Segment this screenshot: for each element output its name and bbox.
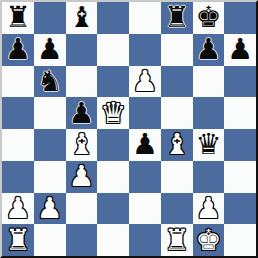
square-e2[interactable]	[129, 193, 161, 225]
piece-white-rook[interactable]: ♜	[5, 226, 31, 255]
square-b6[interactable]: ♞	[34, 66, 66, 98]
square-f5[interactable]	[161, 97, 193, 129]
square-c1[interactable]	[66, 224, 98, 256]
piece-white-bishop[interactable]: ♝	[68, 130, 94, 159]
square-b8[interactable]	[34, 2, 66, 34]
square-d4[interactable]	[97, 129, 129, 161]
piece-black-pawn[interactable]: ♟	[37, 35, 63, 64]
square-f6[interactable]	[161, 66, 193, 98]
square-d7[interactable]	[97, 34, 129, 66]
piece-black-king[interactable]: ♚	[195, 3, 221, 32]
square-f7[interactable]	[161, 34, 193, 66]
piece-black-pawn[interactable]: ♟	[5, 35, 31, 64]
piece-black-queen[interactable]: ♛	[195, 130, 221, 159]
square-f1[interactable]: ♜	[161, 224, 193, 256]
square-d1[interactable]	[97, 224, 129, 256]
square-b3[interactable]	[34, 161, 66, 193]
piece-white-king[interactable]: ♚	[195, 226, 221, 255]
piece-black-pawn[interactable]: ♟	[68, 99, 94, 128]
square-h8[interactable]	[224, 2, 256, 34]
square-c2[interactable]	[66, 193, 98, 225]
square-e1[interactable]	[129, 224, 161, 256]
piece-white-pawn[interactable]: ♟	[195, 194, 221, 223]
square-g4[interactable]: ♛	[193, 129, 225, 161]
square-a2[interactable]: ♟	[2, 193, 34, 225]
square-e8[interactable]	[129, 2, 161, 34]
square-e7[interactable]	[129, 34, 161, 66]
square-e5[interactable]	[129, 97, 161, 129]
square-g1[interactable]: ♚	[193, 224, 225, 256]
square-h2[interactable]	[224, 193, 256, 225]
piece-white-pawn[interactable]: ♟	[5, 194, 31, 223]
square-c8[interactable]: ♝	[66, 2, 98, 34]
square-d3[interactable]	[97, 161, 129, 193]
piece-white-rook[interactable]: ♜	[164, 226, 190, 255]
square-g3[interactable]	[193, 161, 225, 193]
square-a8[interactable]: ♜	[2, 2, 34, 34]
square-h6[interactable]	[224, 66, 256, 98]
piece-black-pawn[interactable]: ♟	[195, 35, 221, 64]
square-a6[interactable]	[2, 66, 34, 98]
square-d2[interactable]	[97, 193, 129, 225]
square-f2[interactable]	[161, 193, 193, 225]
square-h3[interactable]	[224, 161, 256, 193]
square-b4[interactable]	[34, 129, 66, 161]
piece-white-pawn[interactable]: ♟	[37, 194, 63, 223]
square-e4[interactable]: ♟	[129, 129, 161, 161]
square-h4[interactable]	[224, 129, 256, 161]
square-c5[interactable]: ♟	[66, 97, 98, 129]
square-g6[interactable]	[193, 66, 225, 98]
piece-white-pawn[interactable]: ♟	[68, 162, 94, 191]
square-g7[interactable]: ♟	[193, 34, 225, 66]
square-d8[interactable]	[97, 2, 129, 34]
piece-black-knight[interactable]: ♞	[37, 67, 63, 96]
square-d6[interactable]	[97, 66, 129, 98]
piece-black-bishop[interactable]: ♝	[68, 3, 94, 32]
square-a7[interactable]: ♟	[2, 34, 34, 66]
piece-white-pawn[interactable]: ♟	[132, 67, 158, 96]
square-b5[interactable]	[34, 97, 66, 129]
square-g8[interactable]: ♚	[193, 2, 225, 34]
piece-white-queen[interactable]: ♛	[100, 99, 126, 128]
square-b1[interactable]	[34, 224, 66, 256]
piece-white-bishop[interactable]: ♝	[164, 130, 190, 159]
square-b7[interactable]: ♟	[34, 34, 66, 66]
square-e3[interactable]	[129, 161, 161, 193]
square-f8[interactable]: ♜	[161, 2, 193, 34]
square-e6[interactable]: ♟	[129, 66, 161, 98]
square-a4[interactable]	[2, 129, 34, 161]
square-c4[interactable]: ♝	[66, 129, 98, 161]
square-c3[interactable]: ♟	[66, 161, 98, 193]
chess-board: ♜♝♜♚♟♟♟♟♞♟♟♛♝♟♝♛♟♟♟♟♜♜♚	[0, 0, 258, 258]
square-f4[interactable]: ♝	[161, 129, 193, 161]
piece-black-rook[interactable]: ♜	[5, 3, 31, 32]
piece-black-rook[interactable]: ♜	[164, 3, 190, 32]
square-a5[interactable]	[2, 97, 34, 129]
square-h5[interactable]	[224, 97, 256, 129]
square-a1[interactable]: ♜	[2, 224, 34, 256]
square-b2[interactable]: ♟	[34, 193, 66, 225]
piece-black-pawn[interactable]: ♟	[227, 35, 253, 64]
square-d5[interactable]: ♛	[97, 97, 129, 129]
square-c6[interactable]	[66, 66, 98, 98]
square-h7[interactable]: ♟	[224, 34, 256, 66]
square-g5[interactable]	[193, 97, 225, 129]
square-g2[interactable]: ♟	[193, 193, 225, 225]
square-a3[interactable]	[2, 161, 34, 193]
square-c7[interactable]	[66, 34, 98, 66]
piece-black-pawn[interactable]: ♟	[132, 130, 158, 159]
square-h1[interactable]	[224, 224, 256, 256]
square-f3[interactable]	[161, 161, 193, 193]
